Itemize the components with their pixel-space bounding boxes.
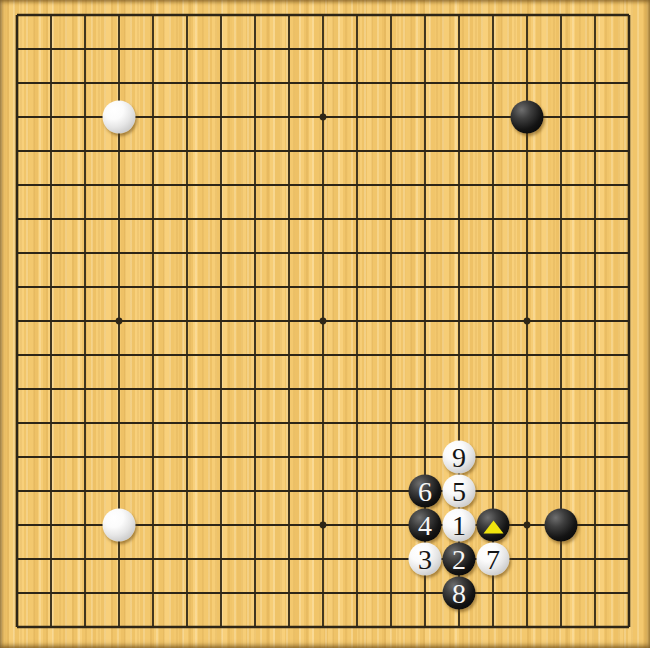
stone-black-n5[interactable]: 6 [409,475,442,508]
move-number-8: 8 [452,579,466,608]
stone-black-n4[interactable]: 4 [409,509,442,542]
move-number-3: 3 [418,545,432,574]
move-number-1: 1 [452,511,466,540]
go-board[interactable]: 965413278 [0,0,650,648]
stone-white-d4[interactable] [103,509,136,542]
stone-black-o3[interactable]: 2 [443,543,476,576]
stone-white-p3[interactable]: 7 [477,543,510,576]
stone-white-o5[interactable]: 5 [443,475,476,508]
move-number-9: 9 [452,443,466,472]
move-number-5: 5 [452,477,466,506]
stone-white-o6[interactable]: 9 [443,441,476,474]
stone-white-o4[interactable]: 1 [443,509,476,542]
stones-layer: 965413278 [0,0,650,648]
stone-black-q16[interactable] [511,101,544,134]
triangle-marker-icon [483,520,503,533]
stone-black-r4[interactable] [545,509,578,542]
stone-white-d16[interactable] [103,101,136,134]
stone-black-o2[interactable]: 8 [443,577,476,610]
move-number-2: 2 [452,545,466,574]
move-number-7: 7 [486,545,500,574]
stone-black-p4[interactable] [477,509,510,542]
move-number-4: 4 [418,511,432,540]
stone-white-n3[interactable]: 3 [409,543,442,576]
move-number-6: 6 [418,477,432,506]
